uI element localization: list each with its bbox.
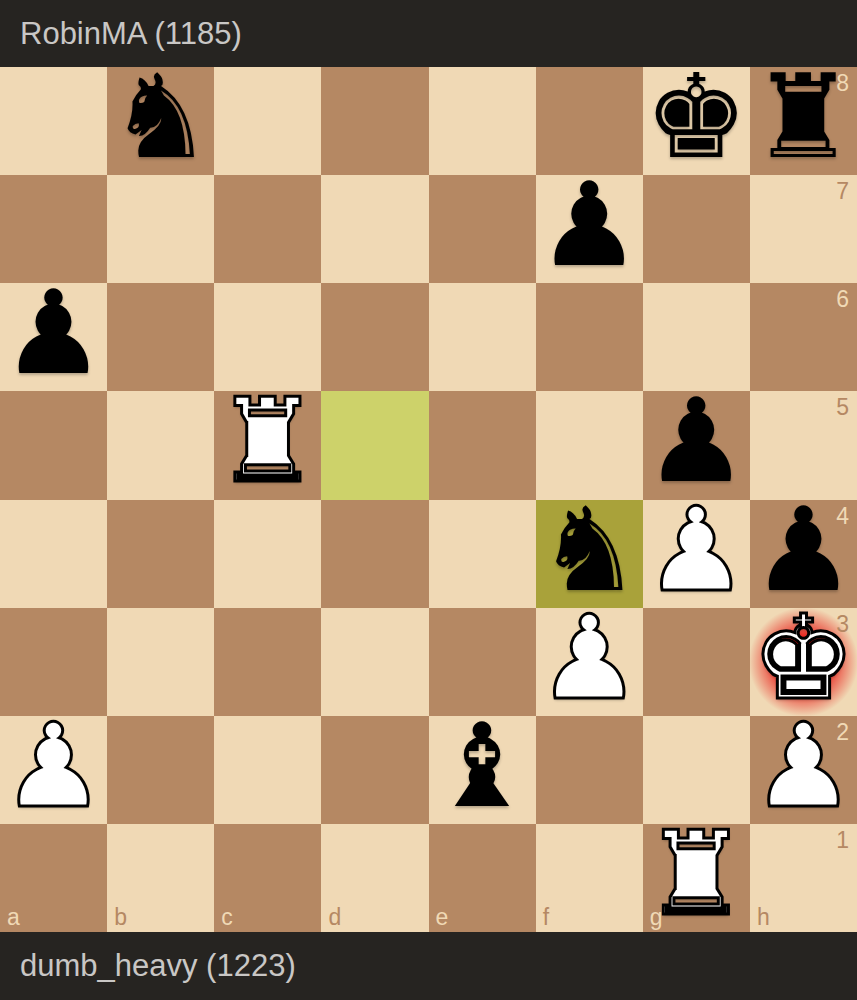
square-b6[interactable] bbox=[107, 283, 214, 391]
square-c7[interactable] bbox=[214, 175, 321, 283]
square-b5[interactable] bbox=[107, 391, 214, 499]
game-screen: RobinMA (1185) ♞♚8♜♟7♟6♜♟5♞♟4♟♟3♚♟♝2♟abc… bbox=[0, 0, 857, 1000]
square-f1[interactable]: f bbox=[536, 824, 643, 932]
square-d3[interactable] bbox=[321, 608, 428, 716]
square-d5[interactable] bbox=[321, 391, 428, 499]
white-rook[interactable]: ♜ bbox=[644, 816, 748, 932]
black-king[interactable]: ♚ bbox=[644, 59, 748, 175]
square-e2[interactable]: ♝ bbox=[429, 716, 536, 824]
square-f2[interactable] bbox=[536, 716, 643, 824]
white-rook[interactable]: ♜ bbox=[216, 383, 320, 499]
square-b4[interactable] bbox=[107, 500, 214, 608]
square-h1[interactable]: 1h bbox=[750, 824, 857, 932]
square-b8[interactable]: ♞ bbox=[107, 67, 214, 175]
file-label-d: d bbox=[328, 906, 341, 929]
square-a5[interactable] bbox=[0, 391, 107, 499]
file-label-f: f bbox=[543, 906, 549, 929]
square-c5[interactable]: ♜ bbox=[214, 391, 321, 499]
square-e4[interactable] bbox=[429, 500, 536, 608]
square-d6[interactable] bbox=[321, 283, 428, 391]
file-label-c: c bbox=[221, 906, 233, 929]
black-bishop[interactable]: ♝ bbox=[430, 708, 534, 824]
square-a1[interactable]: a bbox=[0, 824, 107, 932]
square-d1[interactable]: d bbox=[321, 824, 428, 932]
chess-board: ♞♚8♜♟7♟6♜♟5♞♟4♟♟3♚♟♝2♟abcdefg♜1h bbox=[0, 67, 857, 932]
player-bottom-name: dumb_heavy (1223) bbox=[20, 948, 296, 984]
square-d7[interactable] bbox=[321, 175, 428, 283]
square-b7[interactable] bbox=[107, 175, 214, 283]
square-c2[interactable] bbox=[214, 716, 321, 824]
white-pawn[interactable]: ♟ bbox=[644, 492, 748, 608]
square-f7[interactable]: ♟ bbox=[536, 175, 643, 283]
square-g7[interactable] bbox=[643, 175, 750, 283]
square-c8[interactable] bbox=[214, 67, 321, 175]
square-c1[interactable]: c bbox=[214, 824, 321, 932]
square-h2[interactable]: 2♟ bbox=[750, 716, 857, 824]
square-d8[interactable] bbox=[321, 67, 428, 175]
square-d4[interactable] bbox=[321, 500, 428, 608]
player-top-name: RobinMA (1185) bbox=[20, 16, 242, 52]
square-e8[interactable] bbox=[429, 67, 536, 175]
rank-label-6: 6 bbox=[836, 288, 849, 311]
black-pawn[interactable]: ♟ bbox=[537, 167, 641, 283]
square-e5[interactable] bbox=[429, 391, 536, 499]
square-a2[interactable]: ♟ bbox=[0, 716, 107, 824]
square-g1[interactable]: g♜ bbox=[643, 824, 750, 932]
rank-label-5: 5 bbox=[836, 396, 849, 419]
file-label-b: b bbox=[114, 906, 127, 929]
square-g4[interactable]: ♟ bbox=[643, 500, 750, 608]
square-f6[interactable] bbox=[536, 283, 643, 391]
black-knight[interactable]: ♞ bbox=[109, 59, 213, 175]
square-a8[interactable] bbox=[0, 67, 107, 175]
square-h7[interactable]: 7 bbox=[750, 175, 857, 283]
square-c4[interactable] bbox=[214, 500, 321, 608]
square-d2[interactable] bbox=[321, 716, 428, 824]
square-g3[interactable] bbox=[643, 608, 750, 716]
file-label-a: a bbox=[7, 906, 20, 929]
square-h8[interactable]: 8♜ bbox=[750, 67, 857, 175]
white-pawn[interactable]: ♟ bbox=[2, 708, 106, 824]
file-label-h: h bbox=[757, 906, 770, 929]
square-b3[interactable] bbox=[107, 608, 214, 716]
square-f3[interactable]: ♟ bbox=[536, 608, 643, 716]
white-pawn[interactable]: ♟ bbox=[751, 708, 855, 824]
square-b1[interactable]: b bbox=[107, 824, 214, 932]
player-bottom-bar: dumb_heavy (1223) bbox=[0, 932, 857, 1000]
square-b2[interactable] bbox=[107, 716, 214, 824]
square-e7[interactable] bbox=[429, 175, 536, 283]
square-e6[interactable] bbox=[429, 283, 536, 391]
square-g8[interactable]: ♚ bbox=[643, 67, 750, 175]
square-c3[interactable] bbox=[214, 608, 321, 716]
square-a6[interactable]: ♟ bbox=[0, 283, 107, 391]
square-a4[interactable] bbox=[0, 500, 107, 608]
square-h6[interactable]: 6 bbox=[750, 283, 857, 391]
black-pawn[interactable]: ♟ bbox=[2, 275, 106, 391]
file-label-e: e bbox=[436, 906, 449, 929]
square-e1[interactable]: e bbox=[429, 824, 536, 932]
black-rook[interactable]: ♜ bbox=[751, 59, 855, 175]
white-pawn[interactable]: ♟ bbox=[537, 600, 641, 716]
